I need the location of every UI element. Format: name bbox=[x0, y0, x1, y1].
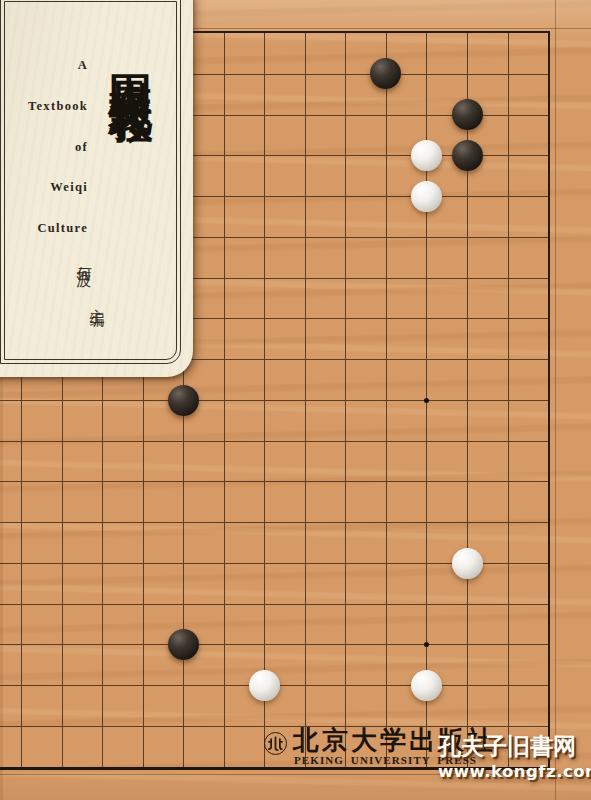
board-cell bbox=[264, 155, 305, 196]
board-cell bbox=[345, 685, 386, 726]
peking-university-seal-icon bbox=[264, 732, 287, 755]
board-cell bbox=[224, 563, 265, 604]
watermark-site-name: 孔夫子旧書网 bbox=[438, 732, 588, 762]
title-en-word: of bbox=[0, 132, 88, 173]
board-cell bbox=[183, 563, 224, 604]
board-cell bbox=[0, 481, 21, 522]
board-cell bbox=[305, 481, 346, 522]
board-cell bbox=[345, 522, 386, 563]
board-cell bbox=[0, 604, 21, 645]
black-stone-r16 bbox=[452, 140, 483, 171]
board-cell bbox=[305, 522, 346, 563]
board-cell bbox=[345, 115, 386, 156]
board-cell bbox=[143, 441, 184, 482]
board-cell bbox=[21, 563, 62, 604]
board-cell bbox=[264, 33, 305, 74]
white-stone-r6 bbox=[452, 548, 483, 579]
watermark-site-url: www.kongfz.com bbox=[438, 762, 588, 782]
board-cell bbox=[508, 318, 549, 359]
board-cell bbox=[467, 196, 508, 237]
board-cell bbox=[467, 644, 508, 685]
board-cell bbox=[345, 359, 386, 400]
board-cell bbox=[224, 115, 265, 156]
watermark: 孔夫子旧書网 www.kongfz.com bbox=[438, 732, 588, 782]
board-cell bbox=[426, 33, 467, 74]
board-cell bbox=[467, 33, 508, 74]
board-cell bbox=[21, 400, 62, 441]
board-cell bbox=[62, 726, 103, 767]
board-cell bbox=[345, 441, 386, 482]
board-cell bbox=[426, 400, 467, 441]
board-cell bbox=[102, 441, 143, 482]
board-cell bbox=[62, 441, 103, 482]
board-cell bbox=[21, 441, 62, 482]
board-cell bbox=[508, 196, 549, 237]
board-cell bbox=[467, 278, 508, 319]
board-cell bbox=[21, 604, 62, 645]
board-cell bbox=[386, 441, 427, 482]
board-cell bbox=[62, 604, 103, 645]
board-cell bbox=[62, 685, 103, 726]
board-cell bbox=[62, 522, 103, 563]
board-cell bbox=[264, 278, 305, 319]
board-cell bbox=[345, 155, 386, 196]
board-cell bbox=[508, 644, 549, 685]
title-en-word: Culture bbox=[0, 213, 88, 254]
board-cell bbox=[224, 33, 265, 74]
board-cell bbox=[508, 115, 549, 156]
black-stone-k4 bbox=[168, 629, 199, 660]
board-cell bbox=[264, 196, 305, 237]
author-name: 何云波 bbox=[74, 254, 93, 263]
board-cell bbox=[143, 726, 184, 767]
board-cell bbox=[345, 563, 386, 604]
board-cell bbox=[0, 644, 21, 685]
board-cell bbox=[224, 196, 265, 237]
board-cell bbox=[508, 237, 549, 278]
board-cell bbox=[143, 481, 184, 522]
board-cell bbox=[0, 522, 21, 563]
white-stone-q15 bbox=[411, 181, 442, 212]
black-stone-r17 bbox=[452, 99, 483, 130]
board-cell bbox=[305, 33, 346, 74]
board-cell bbox=[426, 359, 467, 400]
board-cell bbox=[508, 481, 549, 522]
board-cell bbox=[224, 155, 265, 196]
board-cell bbox=[386, 237, 427, 278]
board-cell bbox=[224, 237, 265, 278]
board-cell bbox=[305, 74, 346, 115]
board-cell bbox=[467, 359, 508, 400]
board-cell bbox=[345, 604, 386, 645]
star-point-q10 bbox=[424, 398, 429, 403]
board-cell bbox=[62, 481, 103, 522]
board-cell bbox=[426, 278, 467, 319]
board-cell bbox=[183, 522, 224, 563]
board-cell bbox=[224, 726, 265, 767]
board-cell bbox=[508, 522, 549, 563]
board-cell bbox=[224, 74, 265, 115]
board-cell bbox=[508, 278, 549, 319]
board-cell bbox=[183, 685, 224, 726]
board-cell bbox=[508, 685, 549, 726]
board-cell bbox=[264, 522, 305, 563]
board-cell bbox=[467, 318, 508, 359]
board-cell bbox=[143, 522, 184, 563]
board-cell bbox=[426, 237, 467, 278]
board-cell bbox=[62, 644, 103, 685]
board-cell bbox=[305, 196, 346, 237]
board-cell bbox=[224, 522, 265, 563]
board-cell bbox=[62, 400, 103, 441]
board-cell bbox=[264, 441, 305, 482]
board-cell bbox=[102, 563, 143, 604]
board-cell bbox=[224, 604, 265, 645]
board-cell bbox=[386, 400, 427, 441]
board-cell bbox=[143, 685, 184, 726]
board-cell bbox=[467, 481, 508, 522]
board-cell bbox=[224, 318, 265, 359]
board-cell bbox=[508, 33, 549, 74]
board-cell bbox=[183, 481, 224, 522]
board-cell bbox=[305, 318, 346, 359]
book-title-english: A Textbook of Weiqi Culture bbox=[0, 50, 88, 254]
board-cell bbox=[305, 644, 346, 685]
board-cell bbox=[386, 563, 427, 604]
board-cell bbox=[224, 400, 265, 441]
board-cell bbox=[305, 115, 346, 156]
board-cell bbox=[305, 563, 346, 604]
board-cell bbox=[183, 441, 224, 482]
board-cell bbox=[264, 359, 305, 400]
board-cell bbox=[21, 522, 62, 563]
board-cell bbox=[467, 604, 508, 645]
board-cell bbox=[386, 522, 427, 563]
board-edge-right bbox=[555, 0, 556, 800]
book-cover: 围棋文化教程 A Textbook of Weiqi Culture 何云波 主… bbox=[0, 0, 591, 800]
board-cell bbox=[102, 726, 143, 767]
board-cell bbox=[264, 563, 305, 604]
board-cell bbox=[102, 604, 143, 645]
board-cell bbox=[102, 644, 143, 685]
board-cell bbox=[345, 318, 386, 359]
board-cell bbox=[426, 604, 467, 645]
board-cell bbox=[21, 644, 62, 685]
board-cell bbox=[224, 481, 265, 522]
board-cell bbox=[0, 726, 21, 767]
board-cell bbox=[224, 441, 265, 482]
title-card: 围棋文化教程 A Textbook of Weiqi Culture 何云波 主… bbox=[0, 0, 193, 377]
board-cell bbox=[264, 237, 305, 278]
board-cell bbox=[467, 400, 508, 441]
board-cell bbox=[508, 604, 549, 645]
white-stone-q3 bbox=[411, 670, 442, 701]
board-cell bbox=[345, 400, 386, 441]
board-cell bbox=[386, 604, 427, 645]
board-cell bbox=[508, 359, 549, 400]
board-cell bbox=[224, 359, 265, 400]
board-cell bbox=[305, 237, 346, 278]
board-cell bbox=[0, 563, 21, 604]
title-en-word: Weiqi bbox=[0, 172, 88, 213]
board-cell bbox=[21, 481, 62, 522]
board-cell bbox=[305, 400, 346, 441]
board-cell bbox=[508, 441, 549, 482]
board-cell bbox=[345, 278, 386, 319]
board-cell bbox=[264, 400, 305, 441]
board-cell bbox=[305, 278, 346, 319]
board-cell bbox=[345, 644, 386, 685]
white-stone-q16 bbox=[411, 140, 442, 171]
title-en-word: A bbox=[0, 50, 88, 91]
board-cell bbox=[426, 441, 467, 482]
board-cell bbox=[508, 74, 549, 115]
board-cell bbox=[467, 237, 508, 278]
board-cell bbox=[386, 481, 427, 522]
black-stone-k10 bbox=[168, 385, 199, 416]
board-cell bbox=[264, 74, 305, 115]
board-cell bbox=[264, 604, 305, 645]
board-cell bbox=[305, 685, 346, 726]
white-stone-m3 bbox=[249, 670, 280, 701]
board-cell bbox=[102, 481, 143, 522]
board-cell bbox=[508, 563, 549, 604]
board-cell bbox=[508, 155, 549, 196]
board-cell bbox=[102, 400, 143, 441]
board-cell bbox=[264, 115, 305, 156]
board-cell bbox=[386, 318, 427, 359]
book-title-chinese: 围棋文化教程 bbox=[104, 40, 156, 76]
board-cell bbox=[508, 400, 549, 441]
board-cell bbox=[345, 481, 386, 522]
board-cell bbox=[102, 685, 143, 726]
board-cell bbox=[305, 359, 346, 400]
board-cell bbox=[305, 155, 346, 196]
board-cell bbox=[426, 481, 467, 522]
board-cell bbox=[426, 318, 467, 359]
board-cell bbox=[143, 563, 184, 604]
board-cell bbox=[0, 441, 21, 482]
board-cell bbox=[386, 278, 427, 319]
board-cell bbox=[345, 196, 386, 237]
title-en-word: Textbook bbox=[0, 91, 88, 132]
board-cell bbox=[0, 400, 21, 441]
board-cell bbox=[224, 278, 265, 319]
board-cell bbox=[264, 318, 305, 359]
board-cell bbox=[62, 563, 103, 604]
board-cell bbox=[0, 685, 21, 726]
board-cell bbox=[305, 604, 346, 645]
board-cell bbox=[21, 726, 62, 767]
board-cell bbox=[264, 481, 305, 522]
board-cell bbox=[467, 441, 508, 482]
board-cell bbox=[102, 522, 143, 563]
board-cell bbox=[386, 359, 427, 400]
board-cell bbox=[305, 441, 346, 482]
board-cell bbox=[21, 685, 62, 726]
author-role: 主编 bbox=[87, 296, 106, 302]
board-cell bbox=[183, 726, 224, 767]
board-cell bbox=[345, 237, 386, 278]
board-cell bbox=[467, 685, 508, 726]
